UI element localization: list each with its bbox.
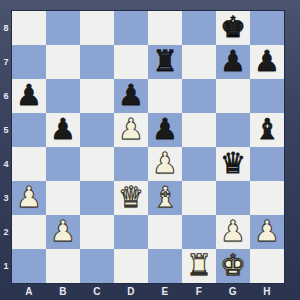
square-f6[interactable] — [182, 79, 216, 113]
square-e5[interactable]: ♟ — [148, 113, 182, 147]
square-h5[interactable]: ♝ — [250, 113, 284, 147]
square-g2[interactable]: ♟ — [216, 215, 250, 249]
square-a4[interactable] — [12, 147, 46, 181]
white-pawn[interactable]: ♟ — [118, 115, 144, 144]
black-king[interactable]: ♚ — [220, 13, 246, 42]
square-b8[interactable] — [46, 11, 80, 45]
square-d5[interactable]: ♟ — [114, 113, 148, 147]
square-e7[interactable]: ♜ — [148, 45, 182, 79]
square-g5[interactable] — [216, 113, 250, 147]
square-c6[interactable] — [80, 79, 114, 113]
square-f2[interactable] — [182, 215, 216, 249]
file-labels: ABCDEFGH — [12, 283, 284, 300]
black-pawn[interactable]: ♟ — [254, 47, 280, 76]
square-b2[interactable]: ♟ — [46, 215, 80, 249]
black-pawn[interactable]: ♟ — [152, 115, 178, 144]
rank-label-4: 4 — [0, 147, 12, 181]
chess-board[interactable]: ♚♜♟♟♟♟♟♟♟♝♟♛♟♛♝♟♟♟♜♚ — [12, 11, 284, 283]
file-label-d: D — [114, 283, 148, 300]
square-c8[interactable] — [80, 11, 114, 45]
square-a7[interactable] — [12, 45, 46, 79]
square-a3[interactable]: ♟ — [12, 181, 46, 215]
rank-label-6: 6 — [0, 79, 12, 113]
square-h3[interactable] — [250, 181, 284, 215]
white-king[interactable]: ♚ — [220, 251, 246, 280]
square-g7[interactable]: ♟ — [216, 45, 250, 79]
square-c5[interactable] — [80, 113, 114, 147]
square-c1[interactable] — [80, 249, 114, 283]
square-d4[interactable] — [114, 147, 148, 181]
square-g3[interactable] — [216, 181, 250, 215]
square-b1[interactable] — [46, 249, 80, 283]
chess-board-frame: 87654321 ♚♜♟♟♟♟♟♟♟♝♟♛♟♛♝♟♟♟♜♚ ABCDEFGH — [0, 0, 300, 300]
square-d8[interactable] — [114, 11, 148, 45]
square-e8[interactable] — [148, 11, 182, 45]
white-pawn[interactable]: ♟ — [16, 183, 42, 212]
square-b4[interactable] — [46, 147, 80, 181]
black-bishop[interactable]: ♝ — [254, 115, 280, 144]
rank-label-1: 1 — [0, 249, 12, 283]
square-d7[interactable] — [114, 45, 148, 79]
square-e3[interactable]: ♝ — [148, 181, 182, 215]
square-c4[interactable] — [80, 147, 114, 181]
square-d1[interactable] — [114, 249, 148, 283]
square-a6[interactable]: ♟ — [12, 79, 46, 113]
square-b7[interactable] — [46, 45, 80, 79]
square-d3[interactable]: ♛ — [114, 181, 148, 215]
file-label-f: F — [182, 283, 216, 300]
square-e1[interactable] — [148, 249, 182, 283]
file-label-e: E — [148, 283, 182, 300]
square-b5[interactable]: ♟ — [46, 113, 80, 147]
square-a8[interactable] — [12, 11, 46, 45]
white-pawn[interactable]: ♟ — [254, 217, 280, 246]
square-a1[interactable] — [12, 249, 46, 283]
white-rook[interactable]: ♜ — [186, 251, 212, 280]
square-a2[interactable] — [12, 215, 46, 249]
square-d6[interactable]: ♟ — [114, 79, 148, 113]
black-rook[interactable]: ♜ — [152, 47, 178, 76]
square-c2[interactable] — [80, 215, 114, 249]
square-f8[interactable] — [182, 11, 216, 45]
square-f4[interactable] — [182, 147, 216, 181]
black-queen[interactable]: ♛ — [220, 149, 246, 178]
square-f7[interactable] — [182, 45, 216, 79]
rank-labels: 87654321 — [0, 11, 12, 283]
rank-label-7: 7 — [0, 45, 12, 79]
square-e4[interactable]: ♟ — [148, 147, 182, 181]
square-h2[interactable]: ♟ — [250, 215, 284, 249]
black-pawn[interactable]: ♟ — [16, 81, 42, 110]
square-h6[interactable] — [250, 79, 284, 113]
black-pawn[interactable]: ♟ — [118, 81, 144, 110]
black-pawn[interactable]: ♟ — [50, 115, 76, 144]
white-pawn[interactable]: ♟ — [50, 217, 76, 246]
square-c7[interactable] — [80, 45, 114, 79]
file-label-h: H — [250, 283, 284, 300]
square-h7[interactable]: ♟ — [250, 45, 284, 79]
file-label-c: C — [80, 283, 114, 300]
file-label-a: A — [12, 283, 46, 300]
rank-label-3: 3 — [0, 181, 12, 215]
square-f1[interactable]: ♜ — [182, 249, 216, 283]
black-pawn[interactable]: ♟ — [220, 47, 246, 76]
square-g8[interactable]: ♚ — [216, 11, 250, 45]
white-pawn[interactable]: ♟ — [152, 149, 178, 178]
square-c3[interactable] — [80, 181, 114, 215]
square-b6[interactable] — [46, 79, 80, 113]
white-pawn[interactable]: ♟ — [220, 217, 246, 246]
square-g6[interactable] — [216, 79, 250, 113]
square-b3[interactable] — [46, 181, 80, 215]
square-e2[interactable] — [148, 215, 182, 249]
file-label-b: B — [46, 283, 80, 300]
white-queen[interactable]: ♛ — [118, 183, 144, 212]
square-d2[interactable] — [114, 215, 148, 249]
square-h1[interactable] — [250, 249, 284, 283]
rank-label-8: 8 — [0, 11, 12, 45]
square-f3[interactable] — [182, 181, 216, 215]
file-label-g: G — [216, 283, 250, 300]
square-e6[interactable] — [148, 79, 182, 113]
square-f5[interactable] — [182, 113, 216, 147]
square-h8[interactable] — [250, 11, 284, 45]
square-g1[interactable]: ♚ — [216, 249, 250, 283]
square-h4[interactable] — [250, 147, 284, 181]
rank-label-2: 2 — [0, 215, 12, 249]
white-bishop[interactable]: ♝ — [152, 183, 178, 212]
square-a5[interactable] — [12, 113, 46, 147]
rank-label-5: 5 — [0, 113, 12, 147]
square-g4[interactable]: ♛ — [216, 147, 250, 181]
